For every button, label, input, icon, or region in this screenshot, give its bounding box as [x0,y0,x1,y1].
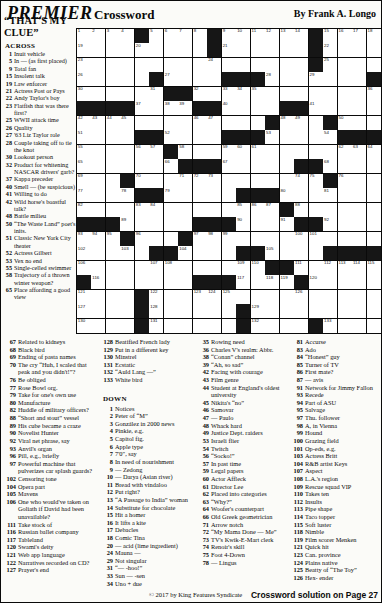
grid-cell[interactable]: 50 [338,116,352,130]
grid-cell[interactable]: 18 [367,29,381,43]
grid-cell[interactable]: 82 [77,203,91,217]
grid-cell[interactable] [352,217,366,231]
grid-cell[interactable]: 43 [91,116,105,130]
grid-cell[interactable] [120,275,134,289]
grid-cell[interactable] [294,145,308,159]
grid-cell[interactable] [164,217,178,231]
grid-cell[interactable]: 123 [193,290,207,304]
grid-cell[interactable]: 46 [193,116,207,130]
grid-cell[interactable]: 65 [77,159,91,173]
grid-cell[interactable] [280,130,294,144]
grid-cell[interactable] [164,116,178,130]
grid-cell[interactable] [367,188,381,202]
grid-cell[interactable] [135,217,149,231]
grid-cell[interactable]: 117 [236,275,250,289]
grid-cell[interactable] [164,304,178,318]
grid-cell[interactable] [106,203,120,217]
grid-cell[interactable]: 32 [193,87,207,101]
grid-cell[interactable] [91,43,105,57]
grid-cell[interactable]: 83 [135,203,149,217]
grid-cell[interactable]: 128 [149,304,163,318]
grid-cell[interactable]: 35 [251,87,265,101]
grid-cell[interactable] [222,261,236,275]
grid-cell[interactable] [135,116,149,130]
grid-cell[interactable] [352,304,366,318]
grid-cell[interactable]: 119 [280,275,294,289]
grid-cell[interactable]: 38 [164,101,178,115]
grid-cell[interactable] [193,188,207,202]
grid-cell[interactable] [280,246,294,260]
grid-cell[interactable] [106,275,120,289]
grid-cell[interactable] [236,101,250,115]
grid-cell[interactable] [251,174,265,188]
grid-cell[interactable] [309,188,323,202]
grid-cell[interactable] [164,319,178,333]
grid-cell[interactable]: 75 [309,174,323,188]
grid-cell[interactable] [178,58,192,72]
grid-cell[interactable]: 48 [280,116,294,130]
grid-cell[interactable] [178,43,192,57]
grid-cell[interactable] [207,246,221,260]
grid-cell[interactable] [338,58,352,72]
grid-cell[interactable] [265,43,279,57]
grid-cell[interactable]: 17 [352,29,366,43]
grid-cell[interactable] [323,304,337,318]
grid-cell[interactable] [106,130,120,144]
grid-cell[interactable] [91,261,105,275]
grid-cell[interactable] [91,319,105,333]
grid-cell[interactable] [338,188,352,202]
grid-cell[interactable] [338,87,352,101]
grid-cell[interactable] [280,319,294,333]
grid-cell[interactable] [367,101,381,115]
grid-cell[interactable] [352,232,366,246]
grid-cell[interactable]: 5 [149,29,163,43]
grid-cell[interactable] [338,319,352,333]
grid-cell[interactable]: 114 [352,261,366,275]
grid-cell[interactable] [280,58,294,72]
grid-cell[interactable]: 112 [323,261,337,275]
grid-cell[interactable] [352,87,366,101]
grid-cell[interactable] [309,246,323,260]
grid-cell[interactable]: 57 [149,145,163,159]
grid-cell[interactable] [193,319,207,333]
grid-cell[interactable]: 33 [222,87,236,101]
grid-cell[interactable] [265,174,279,188]
grid-cell[interactable] [309,87,323,101]
grid-cell[interactable]: 99 [222,232,236,246]
grid-cell[interactable]: 93 [77,232,91,246]
grid-cell[interactable]: 29 [309,72,323,86]
grid-cell[interactable] [251,101,265,115]
grid-cell[interactable] [91,290,105,304]
grid-cell[interactable] [178,217,192,231]
grid-cell[interactable]: 94 [91,232,105,246]
grid-cell[interactable] [193,304,207,318]
grid-cell[interactable]: 125 [222,290,236,304]
grid-cell[interactable] [265,319,279,333]
grid-cell[interactable]: 111 [294,261,308,275]
grid-cell[interactable]: 70 [135,174,149,188]
grid-cell[interactable] [178,304,192,318]
grid-cell[interactable] [178,203,192,217]
grid-cell[interactable] [323,275,337,289]
grid-cell[interactable] [236,58,250,72]
grid-cell[interactable]: 10 [236,29,250,43]
grid-cell[interactable] [280,87,294,101]
grid-cell[interactable] [91,174,105,188]
grid-cell[interactable] [149,275,163,289]
grid-cell[interactable]: 6 [164,29,178,43]
grid-cell[interactable] [338,275,352,289]
grid-cell[interactable] [120,203,134,217]
grid-cell[interactable] [120,290,134,304]
grid-cell[interactable] [367,116,381,130]
grid-cell[interactable]: 78 [120,188,134,202]
grid-cell[interactable]: 44 [106,116,120,130]
grid-cell[interactable] [207,319,221,333]
grid-cell[interactable] [338,159,352,173]
grid-cell[interactable] [193,72,207,86]
grid-cell[interactable]: 109 [236,261,250,275]
grid-cell[interactable]: 97 [193,232,207,246]
grid-cell[interactable] [309,261,323,275]
grid-cell[interactable]: 121 [77,290,91,304]
grid-cell[interactable] [280,72,294,86]
grid-cell[interactable]: 84 [149,203,163,217]
grid-cell[interactable]: 9 [222,29,236,43]
grid-cell[interactable] [193,43,207,57]
grid-cell[interactable] [251,290,265,304]
grid-cell[interactable] [280,290,294,304]
grid-cell[interactable] [207,87,221,101]
grid-cell[interactable]: 11 [251,29,265,43]
grid-cell[interactable] [323,145,337,159]
grid-cell[interactable]: 98 [207,232,221,246]
grid-cell[interactable] [106,58,120,72]
grid-cell[interactable]: 55 [77,145,91,159]
grid-cell[interactable] [367,58,381,72]
grid-cell[interactable] [207,130,221,144]
grid-cell[interactable] [265,159,279,173]
grid-cell[interactable] [178,290,192,304]
grid-cell[interactable] [352,275,366,289]
grid-cell[interactable] [280,232,294,246]
grid-cell[interactable] [106,145,120,159]
grid-cell[interactable]: 60 [236,145,250,159]
grid-cell[interactable]: 118 [265,275,279,289]
grid-cell[interactable] [338,217,352,231]
grid-cell[interactable]: 130 [77,319,91,333]
grid-cell[interactable] [352,116,366,130]
grid-cell[interactable] [265,87,279,101]
grid-cell[interactable] [294,304,308,318]
grid-cell[interactable] [309,304,323,318]
grid-cell[interactable] [149,58,163,72]
grid-cell[interactable] [352,72,366,86]
grid-cell[interactable]: 4 [120,29,134,43]
grid-cell[interactable]: 56 [135,145,149,159]
grid-cell[interactable] [265,232,279,246]
grid-cell[interactable] [367,159,381,173]
grid-cell[interactable] [265,145,279,159]
grid-cell[interactable]: 37 [135,101,149,115]
grid-cell[interactable]: 102 [77,246,91,260]
grid-cell[interactable]: 3 [106,29,120,43]
grid-cell[interactable] [338,290,352,304]
grid-cell[interactable] [106,304,120,318]
grid-cell[interactable] [251,275,265,289]
grid-cell[interactable] [178,116,192,130]
grid-cell[interactable] [135,58,149,72]
grid-cell[interactable]: 34 [236,87,250,101]
grid-cell[interactable] [352,101,366,115]
grid-cell[interactable] [164,290,178,304]
grid-cell[interactable] [236,159,250,173]
grid-cell[interactable]: 105 [265,246,279,260]
grid-cell[interactable]: 23 [77,58,91,72]
grid-cell[interactable] [294,246,308,260]
grid-cell[interactable] [120,261,134,275]
grid-cell[interactable] [91,72,105,86]
grid-cell[interactable] [106,261,120,275]
grid-cell[interactable]: 80 [280,188,294,202]
grid-cell[interactable] [222,58,236,72]
grid-cell[interactable]: 8 [193,29,207,43]
grid-cell[interactable] [265,217,279,231]
grid-cell[interactable] [280,304,294,318]
grid-cell[interactable]: 68 [323,159,337,173]
grid-cell[interactable]: 16 [338,29,352,43]
grid-cell[interactable]: 49 [294,116,308,130]
grid-cell[interactable] [251,217,265,231]
grid-cell[interactable]: 31 [149,87,163,101]
grid-cell[interactable]: 95 [106,232,120,246]
grid-cell[interactable]: 52 [164,130,178,144]
grid-cell[interactable] [280,43,294,57]
grid-cell[interactable]: 115 [367,261,381,275]
grid-cell[interactable] [149,101,163,115]
grid-cell[interactable] [149,43,163,57]
grid-cell[interactable] [265,101,279,115]
grid-cell[interactable] [193,145,207,159]
grid-cell[interactable]: 67 [222,159,236,173]
grid-cell[interactable]: 66 [164,159,178,173]
grid-cell[interactable] [236,116,250,130]
grid-cell[interactable] [323,232,337,246]
grid-cell[interactable] [106,159,120,173]
grid-cell[interactable]: 90 [236,217,250,231]
grid-cell[interactable]: 108 [164,261,178,275]
grid-cell[interactable] [178,72,192,86]
grid-cell[interactable]: 85 [236,203,250,217]
grid-cell[interactable] [91,87,105,101]
grid-cell[interactable] [135,246,149,260]
grid-cell[interactable] [280,145,294,159]
grid-cell[interactable] [352,203,366,217]
grid-cell[interactable]: 116 [91,275,105,289]
grid-cell[interactable]: 47 [207,116,221,130]
grid-cell[interactable] [352,58,366,72]
grid-cell[interactable] [251,43,265,57]
grid-cell[interactable]: 26 [77,72,91,86]
grid-cell[interactable] [236,174,250,188]
grid-cell[interactable]: 131 [149,319,163,333]
grid-cell[interactable]: 106 [77,261,91,275]
grid-cell[interactable] [207,261,221,275]
grid-cell[interactable] [164,275,178,289]
grid-cell[interactable]: 27 [164,72,178,86]
grid-cell[interactable]: 36 [367,87,381,101]
grid-cell[interactable]: 2 [91,29,105,43]
grid-cell[interactable] [149,174,163,188]
grid-cell[interactable] [207,145,221,159]
grid-cell[interactable] [193,246,207,260]
grid-cell[interactable] [251,159,265,173]
grid-cell[interactable]: 92 [323,217,337,231]
grid-cell[interactable] [309,145,323,159]
grid-cell[interactable] [193,203,207,217]
grid-cell[interactable] [120,72,134,86]
grid-cell[interactable] [149,159,163,173]
grid-cell[interactable] [207,72,221,86]
grid-cell[interactable] [222,246,236,260]
grid-cell[interactable] [280,159,294,173]
grid-cell[interactable] [91,159,105,173]
grid-cell[interactable]: 100 [294,232,308,246]
grid-cell[interactable] [352,174,366,188]
grid-cell[interactable] [164,203,178,217]
grid-cell[interactable]: 120 [309,275,323,289]
grid-cell[interactable] [338,43,352,57]
grid-cell[interactable] [294,72,308,86]
grid-cell[interactable]: 19 [77,43,91,57]
grid-cell[interactable]: 24 [207,58,221,72]
grid-cell[interactable]: 54 [323,130,337,144]
grid-cell[interactable] [309,116,323,130]
grid-cell[interactable] [106,290,120,304]
grid-cell[interactable] [280,174,294,188]
grid-cell[interactable]: 41 [309,101,323,115]
grid-cell[interactable] [323,87,337,101]
grid-cell[interactable] [323,72,337,86]
grid-cell[interactable] [309,203,323,217]
grid-cell[interactable] [164,174,178,188]
grid-cell[interactable] [236,43,250,57]
grid-cell[interactable] [193,261,207,275]
grid-cell[interactable]: 42 [77,116,91,130]
grid-cell[interactable]: 15 [323,29,337,43]
grid-cell[interactable] [367,275,381,289]
grid-cell[interactable] [91,58,105,72]
grid-cell[interactable] [294,87,308,101]
grid-cell[interactable] [106,72,120,86]
grid-cell[interactable] [149,217,163,231]
grid-cell[interactable] [367,232,381,246]
grid-cell[interactable]: 30 [77,87,91,101]
grid-cell[interactable]: 59 [222,145,236,159]
grid-cell[interactable] [91,145,105,159]
grid-cell[interactable] [367,43,381,57]
grid-cell[interactable] [323,101,337,115]
grid-cell[interactable]: 71 [178,174,192,188]
grid-cell[interactable]: 89 [120,217,134,231]
grid-cell[interactable]: 96 [135,232,149,246]
grid-cell[interactable] [265,304,279,318]
grid-cell[interactable]: 74 [294,174,308,188]
grid-cell[interactable] [222,203,236,217]
grid-cell[interactable] [120,159,134,173]
grid-cell[interactable] [294,319,308,333]
grid-cell[interactable]: 22 [323,43,337,57]
grid-cell[interactable] [149,232,163,246]
grid-cell[interactable] [120,58,134,72]
grid-cell[interactable]: 122 [149,290,163,304]
grid-cell[interactable] [352,43,366,57]
grid-cell[interactable] [135,159,149,173]
grid-cell[interactable] [164,232,178,246]
grid-cell[interactable] [135,72,149,86]
grid-cell[interactable] [120,130,134,144]
grid-cell[interactable]: 110 [251,261,265,275]
grid-cell[interactable]: 21 [222,43,236,57]
grid-cell[interactable] [207,188,221,202]
grid-cell[interactable] [178,130,192,144]
grid-cell[interactable] [294,58,308,72]
grid-cell[interactable]: 64 [367,145,381,159]
grid-cell[interactable] [106,87,120,101]
grid-cell[interactable] [120,304,134,318]
grid-cell[interactable] [338,304,352,318]
grid-cell[interactable] [178,275,192,289]
grid-cell[interactable] [338,232,352,246]
grid-cell[interactable]: 20 [135,43,149,57]
grid-cell[interactable] [294,130,308,144]
grid-cell[interactable]: 91 [280,217,294,231]
grid-cell[interactable] [309,290,323,304]
grid-cell[interactable]: 62 [338,145,352,159]
grid-cell[interactable] [164,43,178,57]
grid-cell[interactable] [91,203,105,217]
grid-cell[interactable] [91,188,105,202]
grid-cell[interactable]: 12 [265,29,279,43]
grid-cell[interactable]: 104 [178,246,192,260]
grid-cell[interactable]: 14 [294,29,308,43]
grid-cell[interactable]: 39 [178,101,192,115]
grid-cell[interactable] [135,275,149,289]
grid-cell[interactable] [120,145,134,159]
grid-cell[interactable]: 7 [178,29,192,43]
grid-cell[interactable] [323,290,337,304]
grid-cell[interactable] [367,174,381,188]
grid-cell[interactable] [135,261,149,275]
grid-cell[interactable] [294,188,308,202]
grid-cell[interactable] [207,203,221,217]
grid-cell[interactable] [222,188,236,202]
grid-cell[interactable] [106,174,120,188]
grid-cell[interactable] [222,174,236,188]
grid-cell[interactable]: 25 [323,58,337,72]
grid-cell[interactable]: 76 [338,174,352,188]
grid-cell[interactable]: 103 [120,246,134,260]
grid-cell[interactable]: 61 [251,145,265,159]
grid-cell[interactable] [265,58,279,72]
grid-cell[interactable] [222,319,236,333]
grid-cell[interactable]: 87 [265,203,279,217]
grid-cell[interactable] [367,203,381,217]
grid-cell[interactable]: 133 [323,319,337,333]
grid-cell[interactable] [207,304,221,318]
